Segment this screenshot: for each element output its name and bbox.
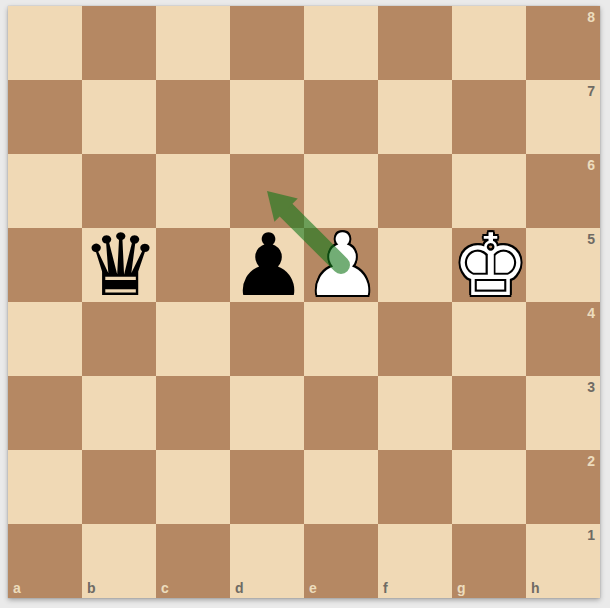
rank-label-3: 3 xyxy=(587,380,595,394)
rank-label-1: 1 xyxy=(587,528,595,542)
rank-label-8: 8 xyxy=(587,10,595,24)
square-b8[interactable] xyxy=(82,6,156,80)
square-a7[interactable] xyxy=(8,80,82,154)
square-f2[interactable] xyxy=(378,450,452,524)
square-c7[interactable] xyxy=(156,80,230,154)
square-d7[interactable] xyxy=(230,80,304,154)
square-d5[interactable]: ♟ xyxy=(230,228,304,302)
square-g4[interactable] xyxy=(452,302,526,376)
chess-board: 876♛♟♟♚5432abcdefgh1 xyxy=(8,6,600,598)
white-king[interactable]: ♚ xyxy=(452,228,526,302)
square-a4[interactable] xyxy=(8,302,82,376)
square-f1[interactable]: f xyxy=(378,524,452,598)
square-a2[interactable] xyxy=(8,450,82,524)
square-g7[interactable] xyxy=(452,80,526,154)
square-c3[interactable] xyxy=(156,376,230,450)
square-f6[interactable] xyxy=(378,154,452,228)
square-c5[interactable] xyxy=(156,228,230,302)
square-h7[interactable]: 7 xyxy=(526,80,600,154)
square-d8[interactable] xyxy=(230,6,304,80)
square-e7[interactable] xyxy=(304,80,378,154)
square-b3[interactable] xyxy=(82,376,156,450)
file-label-g: g xyxy=(457,581,466,595)
square-f8[interactable] xyxy=(378,6,452,80)
square-f7[interactable] xyxy=(378,80,452,154)
file-label-e: e xyxy=(309,581,317,595)
square-h6[interactable]: 6 xyxy=(526,154,600,228)
square-a3[interactable] xyxy=(8,376,82,450)
square-a6[interactable] xyxy=(8,154,82,228)
square-d2[interactable] xyxy=(230,450,304,524)
rank-label-2: 2 xyxy=(587,454,595,468)
square-h1[interactable]: h1 xyxy=(526,524,600,598)
square-g3[interactable] xyxy=(452,376,526,450)
square-e1[interactable]: e xyxy=(304,524,378,598)
square-b7[interactable] xyxy=(82,80,156,154)
square-d1[interactable]: d xyxy=(230,524,304,598)
file-label-a: a xyxy=(13,581,21,595)
square-e2[interactable] xyxy=(304,450,378,524)
square-g2[interactable] xyxy=(452,450,526,524)
rank-label-4: 4 xyxy=(587,306,595,320)
square-e3[interactable] xyxy=(304,376,378,450)
rank-label-6: 6 xyxy=(587,158,595,172)
square-h8[interactable]: 8 xyxy=(526,6,600,80)
square-f3[interactable] xyxy=(378,376,452,450)
black-queen[interactable]: ♛ xyxy=(82,228,156,302)
square-c1[interactable]: c xyxy=(156,524,230,598)
rank-label-5: 5 xyxy=(587,232,595,246)
page-background: { "game": "chess", "position": { "fen": … xyxy=(0,0,610,608)
square-g5[interactable]: ♚ xyxy=(452,228,526,302)
square-e5[interactable]: ♟ xyxy=(304,228,378,302)
white-pawn[interactable]: ♟ xyxy=(304,228,378,302)
square-f5[interactable] xyxy=(378,228,452,302)
square-e4[interactable] xyxy=(304,302,378,376)
square-h5[interactable]: 5 xyxy=(526,228,600,302)
square-d3[interactable] xyxy=(230,376,304,450)
black-pawn[interactable]: ♟ xyxy=(230,228,304,302)
file-label-c: c xyxy=(161,581,169,595)
square-h3[interactable]: 3 xyxy=(526,376,600,450)
rank-label-7: 7 xyxy=(587,84,595,98)
square-g1[interactable]: g xyxy=(452,524,526,598)
square-c2[interactable] xyxy=(156,450,230,524)
square-e8[interactable] xyxy=(304,6,378,80)
square-g8[interactable] xyxy=(452,6,526,80)
file-label-b: b xyxy=(87,581,96,595)
square-a1[interactable]: a xyxy=(8,524,82,598)
square-b5[interactable]: ♛ xyxy=(82,228,156,302)
square-d4[interactable] xyxy=(230,302,304,376)
square-b4[interactable] xyxy=(82,302,156,376)
square-c6[interactable] xyxy=(156,154,230,228)
square-b2[interactable] xyxy=(82,450,156,524)
file-label-d: d xyxy=(235,581,244,595)
square-c4[interactable] xyxy=(156,302,230,376)
square-a8[interactable] xyxy=(8,6,82,80)
file-label-h: h xyxy=(531,581,540,595)
square-h2[interactable]: 2 xyxy=(526,450,600,524)
file-label-f: f xyxy=(383,581,388,595)
square-c8[interactable] xyxy=(156,6,230,80)
square-h4[interactable]: 4 xyxy=(526,302,600,376)
square-f4[interactable] xyxy=(378,302,452,376)
board-squares: 876♛♟♟♚5432abcdefgh1 xyxy=(8,6,600,598)
square-a5[interactable] xyxy=(8,228,82,302)
square-b1[interactable]: b xyxy=(82,524,156,598)
